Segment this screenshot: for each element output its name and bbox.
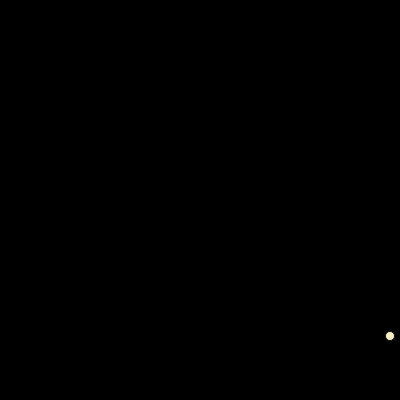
rank-labels xyxy=(0,0,20,380)
chess-board-frame xyxy=(0,0,400,400)
chess-board[interactable] xyxy=(20,0,400,380)
h1-circle-marker xyxy=(385,331,395,341)
file-labels xyxy=(20,380,400,400)
